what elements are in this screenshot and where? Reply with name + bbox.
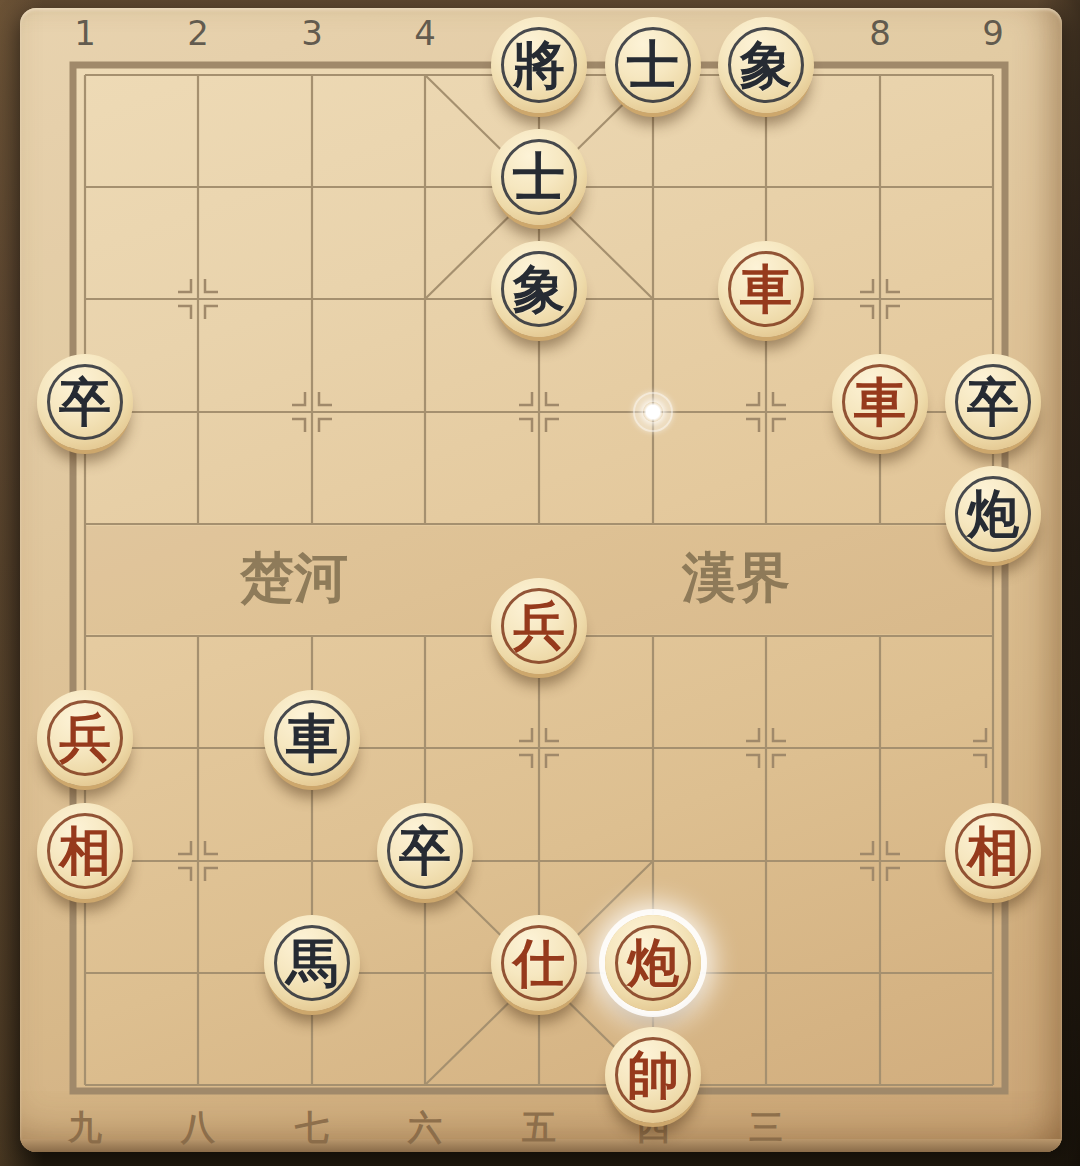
piece-red-elephant[interactable]: 相	[37, 803, 133, 899]
piece-red-soldier[interactable]: 兵	[491, 578, 587, 674]
bottom-file-label: 三	[744, 1108, 788, 1146]
piece-glyph: 卒	[377, 803, 473, 899]
piece-red-elephant[interactable]: 相	[945, 803, 1041, 899]
piece-black-advisor[interactable]: 士	[605, 17, 701, 113]
piece-glyph: 卒	[945, 354, 1041, 450]
xiangqi-board[interactable]: 楚河 漢界 123456789九八七六五四三將士象士象車卒車卒炮兵兵車相卒相馬仕…	[20, 8, 1062, 1152]
piece-red-chariot[interactable]: 車	[718, 241, 814, 337]
wood-frame: 楚河 漢界 123456789九八七六五四三將士象士象車卒車卒炮兵兵車相卒相馬仕…	[0, 0, 1080, 1166]
piece-black-horse[interactable]: 馬	[264, 915, 360, 1011]
piece-black-soldier[interactable]: 卒	[37, 354, 133, 450]
bottom-file-label: 五	[517, 1108, 561, 1146]
piece-black-elephant[interactable]: 象	[491, 241, 587, 337]
top-file-label: 8	[858, 14, 902, 52]
bottom-file-label: 九	[63, 1108, 107, 1146]
piece-glyph: 兵	[491, 578, 587, 674]
piece-glyph: 兵	[37, 690, 133, 786]
piece-glyph: 帥	[605, 1027, 701, 1123]
piece-glyph: 將	[491, 17, 587, 113]
piece-glyph: 馬	[264, 915, 360, 1011]
piece-red-soldier[interactable]: 兵	[37, 690, 133, 786]
piece-red-cannon[interactable]: 炮	[605, 915, 701, 1011]
piece-black-elephant[interactable]: 象	[718, 17, 814, 113]
piece-glyph: 象	[718, 17, 814, 113]
top-file-label: 2	[176, 14, 220, 52]
piece-glyph: 士	[491, 129, 587, 225]
piece-glyph: 卒	[37, 354, 133, 450]
river-label-right: 漢界	[682, 547, 790, 607]
piece-black-general[interactable]: 將	[491, 17, 587, 113]
piece-glyph: 士	[605, 17, 701, 113]
piece-glyph: 車	[718, 241, 814, 337]
piece-glyph: 車	[832, 354, 928, 450]
river-label-left: 楚河	[240, 547, 348, 607]
piece-glyph: 象	[491, 241, 587, 337]
piece-black-soldier[interactable]: 卒	[377, 803, 473, 899]
piece-red-king[interactable]: 帥	[605, 1027, 701, 1123]
piece-black-advisor[interactable]: 士	[491, 129, 587, 225]
piece-black-chariot[interactable]: 車	[264, 690, 360, 786]
piece-glyph: 炮	[605, 915, 701, 1011]
top-file-label: 3	[290, 14, 334, 52]
piece-glyph: 相	[945, 803, 1041, 899]
piece-glyph: 相	[37, 803, 133, 899]
piece-glyph: 炮	[945, 466, 1041, 562]
piece-glyph: 車	[264, 690, 360, 786]
top-file-label: 9	[971, 14, 1015, 52]
bottom-file-label: 七	[290, 1108, 334, 1146]
piece-black-soldier[interactable]: 卒	[945, 354, 1041, 450]
piece-red-advisor[interactable]: 仕	[491, 915, 587, 1011]
piece-black-cannon[interactable]: 炮	[945, 466, 1041, 562]
last-move-marker	[643, 402, 663, 422]
bottom-file-label: 六	[403, 1108, 447, 1146]
top-file-label: 4	[403, 14, 447, 52]
bottom-file-label: 八	[176, 1108, 220, 1146]
top-file-label: 1	[63, 14, 107, 52]
piece-glyph: 仕	[491, 915, 587, 1011]
piece-red-chariot[interactable]: 車	[832, 354, 928, 450]
